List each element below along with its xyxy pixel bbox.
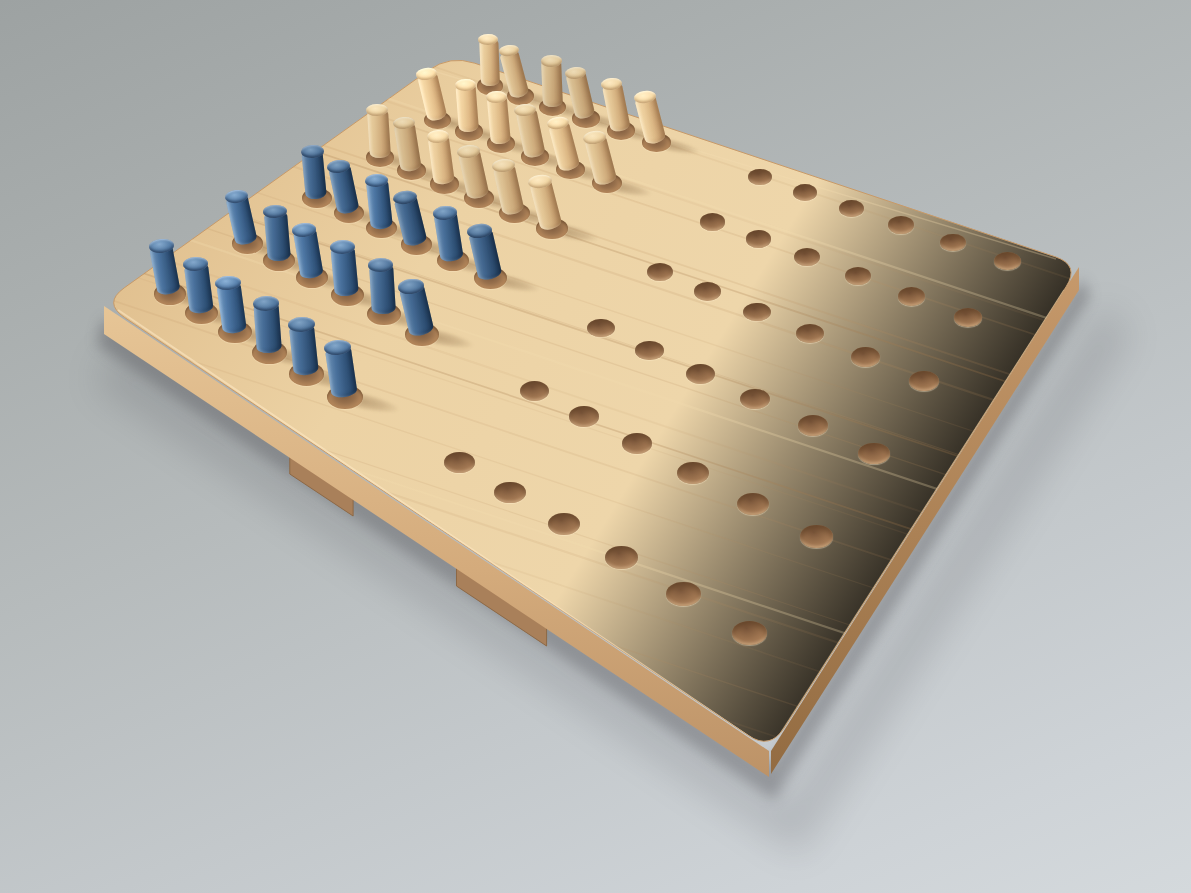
hole-opening: [748, 169, 772, 185]
hole-opening: [888, 216, 913, 233]
hole-opening: [700, 213, 725, 230]
photo-scene: [0, 0, 1191, 893]
hole-opening: [793, 184, 817, 201]
hole-opening: [940, 234, 966, 252]
peg-shaft: [369, 265, 396, 316]
hole-opening: [737, 493, 769, 515]
hole-opening: [743, 303, 770, 322]
peg-top: [301, 144, 324, 158]
hole-opening: [851, 347, 880, 367]
peg-shaft: [479, 39, 500, 87]
hole-opening: [796, 324, 824, 343]
hole-opening: [635, 341, 663, 360]
hole-opening: [732, 621, 767, 645]
peg-top: [540, 54, 561, 66]
hole-opening: [569, 406, 599, 426]
hole-opening: [494, 482, 526, 504]
hole-opening: [909, 371, 939, 391]
peg-shaft: [541, 60, 563, 108]
hole-opening: [587, 319, 615, 338]
hole-opening: [858, 443, 889, 464]
hole-opening: [686, 364, 715, 384]
hole-opening: [647, 263, 673, 281]
hole-opening: [800, 525, 833, 548]
hole-opening: [622, 433, 653, 454]
peg-shaft: [367, 109, 390, 158]
pieces-layer: [0, 0, 1191, 893]
hole-opening: [746, 230, 772, 248]
hole-opening: [740, 389, 770, 409]
hole-opening: [794, 248, 820, 266]
hole-opening: [845, 267, 872, 285]
hole-opening: [548, 513, 580, 535]
hole-opening: [694, 282, 721, 300]
peg-shaft: [455, 84, 479, 133]
hole-opening: [444, 452, 475, 473]
hole-opening: [954, 308, 982, 327]
hole-opening: [898, 287, 925, 306]
hole-opening: [994, 252, 1021, 270]
peg-shaft: [487, 96, 512, 145]
hole-opening: [605, 546, 638, 569]
hole-opening: [839, 200, 864, 217]
peg-shaft: [264, 211, 291, 262]
hole-opening: [666, 582, 700, 606]
hole-opening: [677, 462, 708, 484]
hole-opening: [798, 415, 828, 436]
peg-top: [454, 78, 476, 91]
hole-opening: [520, 381, 549, 401]
